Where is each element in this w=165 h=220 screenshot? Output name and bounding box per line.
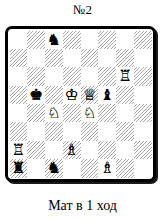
square-b3[interactable] [27,122,45,140]
square-c8[interactable]: ♞ [45,31,63,49]
square-g6[interactable]: ♖ [116,67,134,85]
square-b1[interactable] [27,159,45,177]
square-e5[interactable]: ♕ [81,86,99,104]
square-c7[interactable] [45,49,63,67]
square-g8[interactable] [116,31,134,49]
square-b5[interactable]: ♚ [27,86,45,104]
square-b7[interactable] [27,49,45,67]
square-c2[interactable] [45,141,63,159]
white-king-piece: ♔ [63,86,81,104]
square-f8[interactable] [98,31,116,49]
white-knight-piece: ♘ [45,104,63,122]
white-bishop-piece: ♗ [63,141,81,159]
square-c4[interactable]: ♘ [45,104,63,122]
square-e7[interactable] [81,49,99,67]
square-f4[interactable] [98,104,116,122]
square-d3[interactable] [63,122,81,140]
black-bishop-piece: ♝ [98,86,116,104]
black-knight-piece: ♞ [45,159,63,177]
square-a8[interactable] [10,31,28,49]
square-h8[interactable] [134,31,152,49]
square-g5[interactable] [116,86,134,104]
chess-board: ♞♖♚♔♕♝♘♘♖♗♜♞♗ [10,31,152,178]
square-e2[interactable] [81,141,99,159]
square-g4[interactable] [116,104,134,122]
square-d4[interactable] [63,104,81,122]
chess-puzzle-page: { "game": "chess", "title": "№2", "capti… [0,0,165,220]
square-f3[interactable] [98,122,116,140]
square-c1[interactable]: ♞ [45,159,63,177]
square-a1[interactable]: ♜ [10,159,28,177]
square-a4[interactable] [10,104,28,122]
square-c3[interactable] [45,122,63,140]
square-f2[interactable] [98,141,116,159]
puzzle-caption: Мат в 1 ход [0,198,165,214]
square-h4[interactable] [134,104,152,122]
square-h7[interactable] [134,49,152,67]
square-e3[interactable] [81,122,99,140]
square-b2[interactable] [27,141,45,159]
square-h2[interactable] [134,141,152,159]
black-rook-piece: ♜ [10,159,28,177]
square-f1[interactable]: ♗ [98,159,116,177]
square-b6[interactable] [27,67,45,85]
square-b4[interactable] [27,104,45,122]
white-knight-piece: ♘ [81,104,99,122]
black-king-piece: ♚ [27,86,45,104]
square-d8[interactable] [63,31,81,49]
white-queen-piece: ♕ [81,86,99,104]
white-rook-piece: ♖ [116,67,134,85]
square-h5[interactable] [134,86,152,104]
square-a5[interactable] [10,86,28,104]
square-f6[interactable] [98,67,116,85]
black-knight-piece: ♞ [45,31,63,49]
square-g2[interactable] [116,141,134,159]
chess-board-frame: ♞♖♚♔♕♝♘♘♖♗♜♞♗ [5,26,156,182]
square-f7[interactable] [98,49,116,67]
square-d5[interactable]: ♔ [63,86,81,104]
white-rook-piece: ♖ [10,141,28,159]
square-g7[interactable] [116,49,134,67]
square-a3[interactable] [10,122,28,140]
square-h3[interactable] [134,122,152,140]
square-g1[interactable] [116,159,134,177]
square-f5[interactable]: ♝ [98,86,116,104]
square-h1[interactable] [134,159,152,177]
square-e6[interactable] [81,67,99,85]
square-d6[interactable] [63,67,81,85]
square-d7[interactable] [63,49,81,67]
square-a6[interactable] [10,67,28,85]
square-d2[interactable]: ♗ [63,141,81,159]
square-g3[interactable] [116,122,134,140]
square-d1[interactable] [63,159,81,177]
white-bishop-piece: ♗ [98,159,116,177]
square-e4[interactable]: ♘ [81,104,99,122]
square-a7[interactable] [10,49,28,67]
square-c5[interactable] [45,86,63,104]
puzzle-number: №2 [0,2,165,17]
square-e8[interactable] [81,31,99,49]
square-b8[interactable] [27,31,45,49]
square-c6[interactable] [45,67,63,85]
square-h6[interactable] [134,67,152,85]
square-e1[interactable] [81,159,99,177]
square-a2[interactable]: ♖ [10,141,28,159]
